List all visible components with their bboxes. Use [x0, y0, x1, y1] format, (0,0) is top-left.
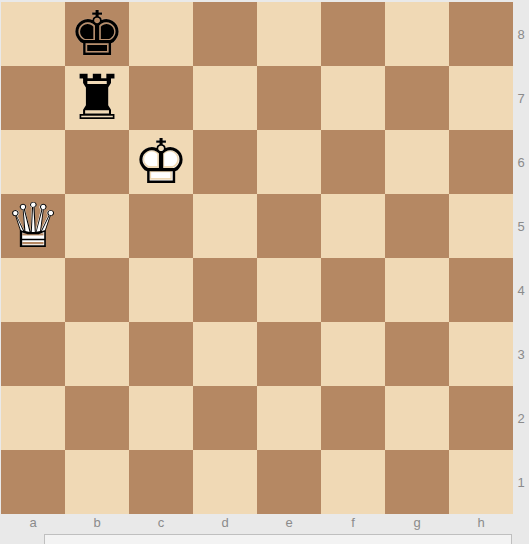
rank-label-4: 4: [513, 258, 529, 322]
rank-label-6: 6: [513, 130, 529, 194]
square-e1[interactable]: [257, 450, 321, 514]
square-d1[interactable]: [193, 450, 257, 514]
square-g4[interactable]: [385, 258, 449, 322]
file-labels: abcdefgh: [1, 514, 513, 531]
square-b6[interactable]: [65, 130, 129, 194]
square-g3[interactable]: [385, 322, 449, 386]
square-d4[interactable]: [193, 258, 257, 322]
square-h4[interactable]: [449, 258, 513, 322]
file-label-e: e: [257, 514, 321, 531]
square-f7[interactable]: [321, 66, 385, 130]
file-label-c: c: [129, 514, 193, 531]
square-a1[interactable]: [1, 450, 65, 514]
square-a2[interactable]: [1, 386, 65, 450]
square-e2[interactable]: [257, 386, 321, 450]
piece-white-queen[interactable]: ♛♕: [1, 194, 65, 258]
fen-input[interactable]: [44, 534, 512, 544]
square-h2[interactable]: [449, 386, 513, 450]
square-e3[interactable]: [257, 322, 321, 386]
square-c5[interactable]: [129, 194, 193, 258]
square-g8[interactable]: [385, 2, 449, 66]
square-g1[interactable]: [385, 450, 449, 514]
square-b7[interactable]: ♜: [65, 66, 129, 130]
rank-label-2: 2: [513, 386, 529, 450]
file-label-d: d: [193, 514, 257, 531]
square-a6[interactable]: [1, 130, 65, 194]
square-d2[interactable]: [193, 386, 257, 450]
rank-label-7: 7: [513, 66, 529, 130]
square-g7[interactable]: [385, 66, 449, 130]
rank-labels: 87654321: [513, 2, 529, 514]
square-a5[interactable]: ♛♕: [1, 194, 65, 258]
square-d3[interactable]: [193, 322, 257, 386]
rank-label-3: 3: [513, 322, 529, 386]
rank-label-8: 8: [513, 2, 529, 66]
square-b1[interactable]: [65, 450, 129, 514]
square-a8[interactable]: [1, 2, 65, 66]
chess-board: ♚♜♚♔♛♕: [1, 2, 513, 514]
square-g5[interactable]: [385, 194, 449, 258]
square-b3[interactable]: [65, 322, 129, 386]
square-c7[interactable]: [129, 66, 193, 130]
rank-label-5: 5: [513, 194, 529, 258]
square-f6[interactable]: [321, 130, 385, 194]
square-e4[interactable]: [257, 258, 321, 322]
square-d7[interactable]: [193, 66, 257, 130]
white-queen-outline-glyph: ♕: [1, 194, 65, 258]
square-e7[interactable]: [257, 66, 321, 130]
square-e6[interactable]: [257, 130, 321, 194]
square-d8[interactable]: [193, 2, 257, 66]
piece-white-king[interactable]: ♚♔: [129, 130, 193, 194]
square-b5[interactable]: [65, 194, 129, 258]
square-h6[interactable]: [449, 130, 513, 194]
piece-black-king[interactable]: ♚: [65, 2, 129, 66]
file-label-a: a: [1, 514, 65, 531]
square-f2[interactable]: [321, 386, 385, 450]
square-c2[interactable]: [129, 386, 193, 450]
file-label-g: g: [385, 514, 449, 531]
square-h1[interactable]: [449, 450, 513, 514]
square-a4[interactable]: [1, 258, 65, 322]
square-g6[interactable]: [385, 130, 449, 194]
rank-label-1: 1: [513, 450, 529, 514]
square-c3[interactable]: [129, 322, 193, 386]
square-h7[interactable]: [449, 66, 513, 130]
square-h3[interactable]: [449, 322, 513, 386]
square-c1[interactable]: [129, 450, 193, 514]
file-label-h: h: [449, 514, 513, 531]
square-e8[interactable]: [257, 2, 321, 66]
square-b4[interactable]: [65, 258, 129, 322]
square-e5[interactable]: [257, 194, 321, 258]
square-f3[interactable]: [321, 322, 385, 386]
square-h8[interactable]: [449, 2, 513, 66]
file-label-b: b: [65, 514, 129, 531]
square-g2[interactable]: [385, 386, 449, 450]
square-f5[interactable]: [321, 194, 385, 258]
square-f1[interactable]: [321, 450, 385, 514]
black-rook-glyph: ♜: [65, 66, 129, 130]
square-h5[interactable]: [449, 194, 513, 258]
square-a7[interactable]: [1, 66, 65, 130]
square-d5[interactable]: [193, 194, 257, 258]
square-d6[interactable]: [193, 130, 257, 194]
square-a3[interactable]: [1, 322, 65, 386]
black-king-glyph: ♚: [65, 2, 129, 66]
square-c8[interactable]: [129, 2, 193, 66]
square-f4[interactable]: [321, 258, 385, 322]
white-king-outline-glyph: ♔: [129, 130, 193, 194]
square-b2[interactable]: [65, 386, 129, 450]
piece-black-rook[interactable]: ♜: [65, 66, 129, 130]
square-f8[interactable]: [321, 2, 385, 66]
file-label-f: f: [321, 514, 385, 531]
square-b8[interactable]: ♚: [65, 2, 129, 66]
square-c6[interactable]: ♚♔: [129, 130, 193, 194]
square-c4[interactable]: [129, 258, 193, 322]
